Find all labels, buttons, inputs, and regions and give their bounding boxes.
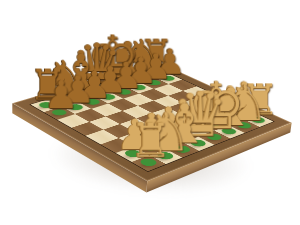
chess-board: ♜♞♝♛♚♝♞♜♟♟♟♟♟♟♟♟♟♟♟♟♟♟♟♟♜♞♝♛♚♝♞♜ [12,61,291,181]
board-screen-tilt: ♜♞♝♛♚♝♞♜♟♟♟♟♟♟♟♟♟♟♟♟♟♟♟♟♜♞♝♛♚♝♞♜ [0,0,300,225]
square-a1[interactable]: ♜ [132,155,166,171]
board-frame: ♜♞♝♛♚♝♞♜♟♟♟♟♟♟♟♟♟♟♟♟♟♟♟♟♜♞♝♛♚♝♞♜ [12,61,291,181]
piece-black-pawn-a7[interactable]: ♟ [31,75,92,114]
chess-set-photo: ♜♞♝♛♚♝♞♜♟♟♟♟♟♟♟♟♟♟♟♟♟♟♟♟♜♞♝♛♚♝♞♜ [0,0,300,225]
perspective-wrapper: ♜♞♝♛♚♝♞♜♟♟♟♟♟♟♟♟♟♟♟♟♟♟♟♟♜♞♝♛♚♝♞♜ [0,0,300,225]
board-grid: ♜♞♝♛♚♝♞♜♟♟♟♟♟♟♟♟♟♟♟♟♟♟♟♟♜♞♝♛♚♝♞♜ [31,67,274,171]
piece-white-rook-a1[interactable]: ♜ [117,117,184,164]
